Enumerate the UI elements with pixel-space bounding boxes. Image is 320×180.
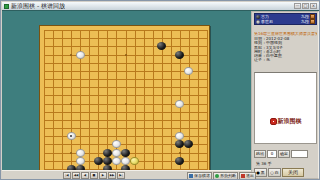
white-toggle-label: 白 — [275, 170, 279, 175]
white-player-name: 李世石 — [261, 19, 273, 24]
white-stone-J4 — [112, 149, 121, 157]
vcr-button[interactable]: ◀ — [81, 172, 89, 179]
white-player-avatar — [310, 19, 315, 24]
star-point — [70, 103, 72, 105]
vcr-button[interactable]: |◀ — [63, 172, 71, 179]
white-stone-icon — [256, 20, 260, 24]
star-point — [125, 54, 127, 56]
white-player-row: 李世石 九段 — [255, 19, 316, 24]
grid-line — [153, 30, 154, 177]
vcr-button[interactable]: ■ — [90, 172, 98, 179]
white-toggle-button[interactable]: ○ 白 — [268, 168, 281, 177]
grid-line — [198, 30, 199, 177]
star-point — [125, 103, 127, 105]
maximize-button[interactable]: □ — [302, 3, 309, 9]
grid-line — [135, 30, 136, 177]
grid-line — [162, 30, 163, 177]
right-panel: 古力 九段 李世石 九段 第16届三星杯世界围棋大师赛决赛第2局 日期：2012… — [251, 11, 319, 179]
black-stone-H4 — [103, 149, 112, 157]
close-window-button[interactable]: × — [310, 3, 317, 9]
toolbar-buttons: 保存棋谱形势判断退出 — [187, 172, 256, 180]
game-info: 第16届三星杯世界围棋大师赛决赛第2局 日期：2012-02-08规则：中国规则… — [254, 32, 317, 62]
grid-line — [207, 30, 208, 177]
形势判断-button[interactable]: 形势判断 — [213, 172, 238, 180]
black-stone-Q5 — [175, 140, 184, 148]
black-stone-G3 — [94, 157, 103, 165]
star-point — [70, 54, 72, 56]
grid-line — [144, 30, 145, 177]
white-stone-D6 — [67, 132, 76, 140]
jump-button[interactable]: 跳转 — [254, 150, 266, 158]
sina-eye-icon — [270, 118, 277, 125]
black-toggle-glyph: ● — [256, 170, 260, 175]
button-label: 退出 — [246, 173, 254, 179]
white-stone-J5 — [112, 140, 121, 148]
black-stone-Q3 — [175, 157, 184, 165]
grid-line — [44, 120, 207, 121]
grid-line — [171, 30, 172, 177]
jump-controls: 跳转 0 确定 — [254, 150, 308, 158]
white-stone-Q10 — [175, 100, 184, 108]
current-move-marker — [70, 135, 72, 137]
players-box: 古力 九段 李世石 九段 — [254, 13, 317, 25]
judge-icon — [215, 174, 219, 178]
black-stone-Q16 — [175, 51, 184, 59]
button-label: 保存棋谱 — [194, 173, 210, 179]
game-info-rows: 日期：2012-02-08规则：中国规则黑贴：3又3/4子用时：各2小时结果：白… — [254, 37, 317, 62]
black-stone-icon — [256, 15, 260, 19]
game-info-row: 让子：无 — [254, 58, 317, 62]
vcr-button[interactable]: ▶ — [99, 172, 107, 179]
vcr-controls: |◀◀◀◀■▶▶▶▶| — [63, 172, 125, 179]
bottom-toolbar: |◀◀◀◀■▶▶▶▶| 保存棋谱形势判断退出 — [2, 170, 251, 180]
black-stone-O17 — [157, 42, 166, 50]
move-counter: 第 36 手 — [256, 161, 272, 166]
white-stone-E16 — [76, 51, 85, 59]
star-point — [70, 152, 72, 154]
black-stone-K4 — [121, 149, 130, 157]
white-stone-J3 — [112, 157, 121, 165]
white-stone-R14 — [184, 67, 193, 75]
vcr-button[interactable]: ▶▶ — [108, 172, 116, 179]
jump-input[interactable] — [291, 150, 308, 158]
退出-button[interactable]: 退出 — [239, 172, 256, 180]
minimize-button[interactable]: — — [294, 3, 301, 9]
close-button[interactable]: 关闭 — [282, 168, 304, 177]
button-label: 形势判断 — [220, 173, 236, 179]
white-stone-Q6 — [175, 132, 184, 140]
white-player-rank: 九段 — [301, 19, 309, 24]
white-toggle-glyph: ○ — [270, 170, 274, 175]
star-point — [179, 152, 181, 154]
black-stone-R5 — [184, 140, 193, 148]
logo-box: 新浪围棋 — [254, 72, 317, 144]
black-stone-H3 — [103, 157, 112, 165]
white-stone-K3 — [121, 157, 130, 165]
title-bar[interactable]: 新浪围棋 - 棋谱回放 — □ × — [2, 2, 319, 10]
white-stone-E4 — [76, 149, 85, 157]
exit-icon — [241, 174, 245, 178]
grid-line — [44, 128, 207, 129]
vcr-button[interactable]: ◀◀ — [72, 172, 80, 179]
vcr-button[interactable]: ▶| — [117, 172, 125, 179]
white-stone-L3 — [130, 157, 139, 165]
grid-line — [189, 30, 190, 177]
保存棋谱-button[interactable]: 保存棋谱 — [187, 172, 212, 180]
sina-weiqi-logo: 新浪围棋 — [270, 117, 302, 126]
jump-confirm-button[interactable]: 确定 — [278, 150, 290, 158]
white-stone-E3 — [76, 157, 85, 165]
black-toggle-label: 黑 — [261, 170, 265, 175]
jump-spinner[interactable]: 0 — [267, 150, 277, 158]
logo-text: 新浪围棋 — [278, 117, 302, 126]
game-title: 第16届三星杯世界围棋大师赛决赛第2局 — [254, 32, 317, 36]
app-window: 新浪围棋 - 棋谱回放 — □ × 古力 九段 李世石 九段 第16届 — [0, 0, 320, 180]
app-icon — [4, 4, 9, 9]
save-icon — [189, 174, 193, 178]
grid-line — [44, 112, 207, 113]
go-board[interactable] — [39, 25, 210, 180]
panel-bottom-buttons: ● 黑 ○ 白 关闭 — [254, 168, 304, 177]
